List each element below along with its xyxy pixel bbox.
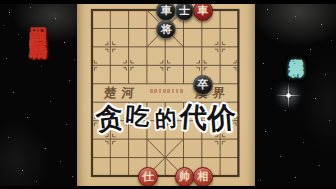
right-banner: 实用残局精讲: [255, 0, 336, 189]
piece-red-chariot[interactable]: 車: [193, 1, 213, 21]
left-banner: 四郎出品 必属精品: [0, 0, 77, 189]
letterbox-top: [0, 0, 336, 4]
piece-red-advisor[interactable]: 仕: [138, 167, 158, 187]
piece-red-elephant[interactable]: 相: [193, 167, 213, 187]
title-overlay: 贪吃的代价: [77, 99, 255, 135]
video-thumbnail: 四郎出品 必属精品 楚河 漢界 車士車将卒仕帅相 贪吃的代价 实用残局精讲: [0, 0, 336, 189]
xiangqi-board: 楚河 漢界 車士車将卒仕帅相 贪吃的代价: [77, 0, 255, 189]
piece-black-general[interactable]: 将: [156, 20, 176, 40]
left-banner-text-top: 四郎出品: [29, 14, 48, 18]
piece-black-chariot[interactable]: 車: [156, 1, 176, 21]
piece-black-soldier[interactable]: 卒: [193, 75, 213, 95]
piece-red-general[interactable]: 帅: [175, 167, 195, 187]
river-watermark: [150, 89, 184, 93]
piece-black-advisor[interactable]: 士: [175, 1, 195, 21]
left-banner-text-bottom: 必属精品: [29, 24, 48, 28]
right-banner-text: 实用残局精讲: [287, 46, 304, 52]
letterbox-bottom: [0, 186, 336, 189]
